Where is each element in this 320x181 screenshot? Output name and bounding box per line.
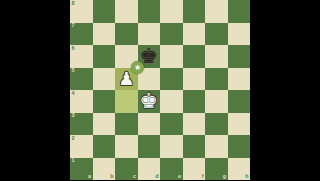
square-g5[interactable] bbox=[205, 68, 228, 91]
square-c4[interactable] bbox=[115, 90, 138, 113]
square-h6[interactable] bbox=[228, 45, 251, 68]
square-g7[interactable] bbox=[205, 23, 228, 46]
square-g2[interactable] bbox=[205, 135, 228, 158]
letterbox-right bbox=[250, 0, 320, 180]
square-b1[interactable]: b bbox=[93, 158, 116, 181]
square-b7[interactable] bbox=[93, 23, 116, 46]
best-move-star-badge: ★ bbox=[131, 61, 144, 74]
square-a6[interactable]: 6 bbox=[70, 45, 93, 68]
square-b2[interactable] bbox=[93, 135, 116, 158]
square-c5[interactable]: ♟★ bbox=[115, 68, 138, 91]
square-a3[interactable]: 3 bbox=[70, 113, 93, 136]
file-label-d: d bbox=[155, 174, 158, 180]
square-h4[interactable] bbox=[228, 90, 251, 113]
square-e8[interactable] bbox=[160, 0, 183, 23]
square-b6[interactable] bbox=[93, 45, 116, 68]
square-h5[interactable] bbox=[228, 68, 251, 91]
square-f1[interactable]: f bbox=[183, 158, 206, 181]
rank-label-3: 3 bbox=[72, 113, 75, 119]
rank-label-2: 2 bbox=[72, 136, 75, 142]
rank-label-7: 7 bbox=[72, 23, 75, 29]
square-g1[interactable]: g bbox=[205, 158, 228, 181]
square-e1[interactable]: e bbox=[160, 158, 183, 181]
square-e4[interactable] bbox=[160, 90, 183, 113]
square-e3[interactable] bbox=[160, 113, 183, 136]
file-label-g: g bbox=[223, 174, 226, 180]
square-a2[interactable]: 2 bbox=[70, 135, 93, 158]
square-c1[interactable]: c bbox=[115, 158, 138, 181]
square-g3[interactable] bbox=[205, 113, 228, 136]
square-c8[interactable] bbox=[115, 0, 138, 23]
square-a7[interactable]: 7 bbox=[70, 23, 93, 46]
square-f2[interactable] bbox=[183, 135, 206, 158]
square-d4[interactable]: ♚ bbox=[138, 90, 161, 113]
rank-label-1: 1 bbox=[72, 158, 75, 164]
rank-label-8: 8 bbox=[72, 1, 75, 7]
square-a5[interactable]: 5 bbox=[70, 68, 93, 91]
square-e7[interactable] bbox=[160, 23, 183, 46]
square-f5[interactable] bbox=[183, 68, 206, 91]
square-f6[interactable] bbox=[183, 45, 206, 68]
square-h8[interactable] bbox=[228, 0, 251, 23]
square-e2[interactable] bbox=[160, 135, 183, 158]
square-d1[interactable]: d bbox=[138, 158, 161, 181]
square-d3[interactable] bbox=[138, 113, 161, 136]
square-d7[interactable] bbox=[138, 23, 161, 46]
square-c2[interactable] bbox=[115, 135, 138, 158]
square-c7[interactable] bbox=[115, 23, 138, 46]
square-f8[interactable] bbox=[183, 0, 206, 23]
chess-app-stage: 876♚5♟★4♚321abcdefgh bbox=[0, 0, 320, 180]
square-b3[interactable] bbox=[93, 113, 116, 136]
file-label-e: e bbox=[178, 174, 181, 180]
file-label-h: h bbox=[245, 174, 248, 180]
square-a8[interactable]: 8 bbox=[70, 0, 93, 23]
square-h3[interactable] bbox=[228, 113, 251, 136]
square-c3[interactable] bbox=[115, 113, 138, 136]
square-b8[interactable] bbox=[93, 0, 116, 23]
square-e6[interactable] bbox=[160, 45, 183, 68]
square-h1[interactable]: h bbox=[228, 158, 251, 181]
chess-board: 876♚5♟★4♚321abcdefgh bbox=[70, 0, 250, 180]
file-label-f: f bbox=[202, 174, 204, 180]
rank-label-5: 5 bbox=[72, 68, 75, 74]
square-g4[interactable] bbox=[205, 90, 228, 113]
square-d8[interactable] bbox=[138, 0, 161, 23]
letterbox-left bbox=[0, 0, 70, 180]
square-b4[interactable] bbox=[93, 90, 116, 113]
square-f7[interactable] bbox=[183, 23, 206, 46]
file-label-c: c bbox=[133, 174, 136, 180]
file-label-a: a bbox=[88, 174, 91, 180]
file-label-b: b bbox=[110, 174, 113, 180]
square-e5[interactable] bbox=[160, 68, 183, 91]
rank-label-6: 6 bbox=[72, 46, 75, 52]
square-g6[interactable] bbox=[205, 45, 228, 68]
square-a4[interactable]: 4 bbox=[70, 90, 93, 113]
square-f3[interactable] bbox=[183, 113, 206, 136]
rank-label-4: 4 bbox=[72, 91, 75, 97]
square-a1[interactable]: 1a bbox=[70, 158, 93, 181]
square-b5[interactable] bbox=[93, 68, 116, 91]
square-f4[interactable] bbox=[183, 90, 206, 113]
star-icon: ★ bbox=[134, 63, 141, 71]
square-h2[interactable] bbox=[228, 135, 251, 158]
white-king-piece[interactable]: ♚ bbox=[138, 90, 161, 113]
square-g8[interactable] bbox=[205, 0, 228, 23]
square-h7[interactable] bbox=[228, 23, 251, 46]
square-d2[interactable] bbox=[138, 135, 161, 158]
